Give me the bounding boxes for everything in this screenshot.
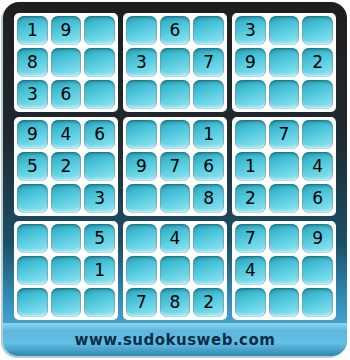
cell-r5c2[interactable]: 2 — [51, 152, 82, 181]
cell-r9c1[interactable] — [17, 288, 48, 317]
cell-r9c2[interactable] — [51, 288, 82, 317]
cell-r6c6[interactable]: 8 — [193, 184, 224, 213]
cell-r9c7[interactable] — [235, 288, 266, 317]
cell-r2c9[interactable]: 2 — [302, 48, 333, 77]
cell-r4c4[interactable] — [126, 120, 157, 149]
cell-r7c8[interactable] — [269, 224, 300, 253]
cell-r2c6[interactable]: 7 — [193, 48, 224, 77]
cell-r1c1[interactable]: 1 — [17, 16, 48, 45]
cell-r4c7[interactable] — [235, 120, 266, 149]
cell-r6c4[interactable] — [126, 184, 157, 213]
cell-r6c1[interactable] — [17, 184, 48, 213]
cell-r5c4[interactable]: 9 — [126, 152, 157, 181]
footer-bar: www.sudokusweb.com — [3, 323, 347, 356]
sudoku-card: 198366373929465231976871426514782794 www… — [3, 2, 347, 356]
box-1-2: 637 — [123, 13, 227, 112]
cell-r6c5[interactable] — [160, 184, 191, 213]
cell-r6c3[interactable]: 3 — [84, 184, 115, 213]
cell-r4c8[interactable]: 7 — [269, 120, 300, 149]
cell-r1c3[interactable] — [84, 16, 115, 45]
site-link[interactable]: www.sudokusweb.com — [75, 331, 276, 349]
cell-r8c4[interactable] — [126, 256, 157, 285]
cell-r8c7[interactable]: 4 — [235, 256, 266, 285]
cell-r1c7[interactable]: 3 — [235, 16, 266, 45]
cell-r8c5[interactable] — [160, 256, 191, 285]
cell-r9c6[interactable]: 2 — [193, 288, 224, 317]
cell-r6c8[interactable] — [269, 184, 300, 213]
cell-r8c3[interactable]: 1 — [84, 256, 115, 285]
cell-r6c7[interactable]: 2 — [235, 184, 266, 213]
box-2-3: 71426 — [232, 117, 336, 216]
cell-r5c8[interactable] — [269, 152, 300, 181]
cell-r8c1[interactable] — [17, 256, 48, 285]
cell-r3c6[interactable] — [193, 80, 224, 109]
cell-r7c9[interactable]: 9 — [302, 224, 333, 253]
cell-r5c6[interactable]: 6 — [193, 152, 224, 181]
cell-r7c3[interactable]: 5 — [84, 224, 115, 253]
cell-r5c1[interactable]: 5 — [17, 152, 48, 181]
cell-r8c8[interactable] — [269, 256, 300, 285]
cell-r7c1[interactable] — [17, 224, 48, 253]
box-3-2: 4782 — [123, 221, 227, 320]
cell-r7c2[interactable] — [51, 224, 82, 253]
cell-r3c1[interactable]: 3 — [17, 80, 48, 109]
box-3-1: 51 — [14, 221, 118, 320]
cell-r3c9[interactable] — [302, 80, 333, 109]
cell-r2c3[interactable] — [84, 48, 115, 77]
cell-r7c7[interactable]: 7 — [235, 224, 266, 253]
cell-r4c3[interactable]: 6 — [84, 120, 115, 149]
cell-r1c8[interactable] — [269, 16, 300, 45]
cell-r5c5[interactable]: 7 — [160, 152, 191, 181]
cell-r2c5[interactable] — [160, 48, 191, 77]
cell-r2c2[interactable] — [51, 48, 82, 77]
cell-r1c6[interactable] — [193, 16, 224, 45]
cell-r3c4[interactable] — [126, 80, 157, 109]
cell-r2c1[interactable]: 8 — [17, 48, 48, 77]
cell-r4c9[interactable] — [302, 120, 333, 149]
cell-r9c3[interactable] — [84, 288, 115, 317]
cell-r8c6[interactable] — [193, 256, 224, 285]
cell-r4c1[interactable]: 9 — [17, 120, 48, 149]
cell-r9c5[interactable]: 8 — [160, 288, 191, 317]
cell-r4c2[interactable]: 4 — [51, 120, 82, 149]
cell-r5c7[interactable]: 1 — [235, 152, 266, 181]
cell-r5c9[interactable]: 4 — [302, 152, 333, 181]
cell-r9c8[interactable] — [269, 288, 300, 317]
cell-r2c4[interactable]: 3 — [126, 48, 157, 77]
cell-r7c5[interactable]: 4 — [160, 224, 191, 253]
cell-r3c3[interactable] — [84, 80, 115, 109]
cell-r1c9[interactable] — [302, 16, 333, 45]
cell-r8c9[interactable] — [302, 256, 333, 285]
cell-r9c4[interactable]: 7 — [126, 288, 157, 317]
box-1-1: 19836 — [14, 13, 118, 112]
cell-r9c9[interactable] — [302, 288, 333, 317]
cell-r1c4[interactable] — [126, 16, 157, 45]
box-2-2: 19768 — [123, 117, 227, 216]
cell-r3c2[interactable]: 6 — [51, 80, 82, 109]
sudoku-board: 198366373929465231976871426514782794 — [14, 13, 336, 320]
cell-r7c6[interactable] — [193, 224, 224, 253]
box-2-1: 946523 — [14, 117, 118, 216]
cell-r2c7[interactable]: 9 — [235, 48, 266, 77]
cell-r4c6[interactable]: 1 — [193, 120, 224, 149]
box-3-3: 794 — [232, 221, 336, 320]
cell-r2c8[interactable] — [269, 48, 300, 77]
cell-r6c9[interactable]: 6 — [302, 184, 333, 213]
cell-r4c5[interactable] — [160, 120, 191, 149]
cell-r5c3[interactable] — [84, 152, 115, 181]
cell-r3c8[interactable] — [269, 80, 300, 109]
box-1-3: 392 — [232, 13, 336, 112]
cell-r6c2[interactable] — [51, 184, 82, 213]
cell-r1c2[interactable]: 9 — [51, 16, 82, 45]
cell-r8c2[interactable] — [51, 256, 82, 285]
cell-r3c5[interactable] — [160, 80, 191, 109]
cell-r7c4[interactable] — [126, 224, 157, 253]
cell-r1c5[interactable]: 6 — [160, 16, 191, 45]
cell-r3c7[interactable] — [235, 80, 266, 109]
